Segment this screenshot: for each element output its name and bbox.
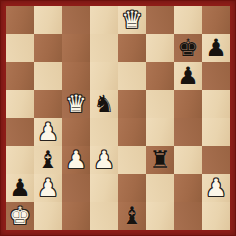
square-a8[interactable] [6,6,34,34]
square-b3[interactable]: ♝ [34,146,62,174]
square-c5[interactable]: ♛ [62,90,90,118]
white-pawn[interactable]: ♟ [37,174,59,202]
square-f5[interactable] [146,90,174,118]
square-c3[interactable]: ♟ [62,146,90,174]
square-b5[interactable] [34,90,62,118]
black-pawn[interactable]: ♟ [205,34,227,62]
square-e3[interactable] [118,146,146,174]
white-queen[interactable]: ♛ [65,90,87,118]
square-f3[interactable]: ♜ [146,146,174,174]
square-e2[interactable] [118,174,146,202]
square-g8[interactable] [174,6,202,34]
square-e7[interactable] [118,34,146,62]
square-b7[interactable] [34,34,62,62]
square-g4[interactable] [174,118,202,146]
chess-board[interactable]: ♛♚♟♟♛♞♟♝♟♟♜♟♟♟♚♝ [6,6,230,230]
square-f2[interactable] [146,174,174,202]
square-g1[interactable] [174,202,202,230]
square-h1[interactable] [202,202,230,230]
black-bishop[interactable]: ♝ [37,146,59,174]
square-d7[interactable] [90,34,118,62]
square-d5[interactable]: ♞ [90,90,118,118]
square-a4[interactable] [6,118,34,146]
square-h4[interactable] [202,118,230,146]
black-bishop[interactable]: ♝ [121,202,143,230]
square-d1[interactable] [90,202,118,230]
square-e6[interactable] [118,62,146,90]
square-c8[interactable] [62,6,90,34]
black-pawn[interactable]: ♟ [9,174,31,202]
square-c4[interactable] [62,118,90,146]
white-pawn[interactable]: ♟ [65,146,87,174]
square-c2[interactable] [62,174,90,202]
square-b6[interactable] [34,62,62,90]
chess-board-frame: ♛♚♟♟♛♞♟♝♟♟♜♟♟♟♚♝ [0,0,236,236]
square-e8[interactable]: ♛ [118,6,146,34]
black-pawn[interactable]: ♟ [177,62,199,90]
square-d6[interactable] [90,62,118,90]
square-a7[interactable] [6,34,34,62]
square-a1[interactable]: ♚ [6,202,34,230]
square-h7[interactable]: ♟ [202,34,230,62]
square-b2[interactable]: ♟ [34,174,62,202]
black-rook[interactable]: ♜ [149,146,171,174]
square-b8[interactable] [34,6,62,34]
square-h3[interactable] [202,146,230,174]
square-b4[interactable]: ♟ [34,118,62,146]
square-f4[interactable] [146,118,174,146]
square-e1[interactable]: ♝ [118,202,146,230]
square-f8[interactable] [146,6,174,34]
square-f6[interactable] [146,62,174,90]
square-g3[interactable] [174,146,202,174]
white-pawn[interactable]: ♟ [205,174,227,202]
square-h2[interactable]: ♟ [202,174,230,202]
square-c6[interactable] [62,62,90,90]
square-d2[interactable] [90,174,118,202]
square-g2[interactable] [174,174,202,202]
square-b1[interactable] [34,202,62,230]
square-d8[interactable] [90,6,118,34]
square-d3[interactable]: ♟ [90,146,118,174]
square-e4[interactable] [118,118,146,146]
square-a3[interactable] [6,146,34,174]
square-a5[interactable] [6,90,34,118]
white-king[interactable]: ♚ [9,202,31,230]
white-pawn[interactable]: ♟ [93,146,115,174]
black-knight[interactable]: ♞ [93,90,115,118]
square-h6[interactable] [202,62,230,90]
white-queen[interactable]: ♛ [121,6,143,34]
white-pawn[interactable]: ♟ [37,118,59,146]
square-f7[interactable] [146,34,174,62]
square-d4[interactable] [90,118,118,146]
square-a6[interactable] [6,62,34,90]
square-h8[interactable] [202,6,230,34]
square-g6[interactable]: ♟ [174,62,202,90]
square-g7[interactable]: ♚ [174,34,202,62]
black-king[interactable]: ♚ [177,34,199,62]
square-c7[interactable] [62,34,90,62]
square-f1[interactable] [146,202,174,230]
square-g5[interactable] [174,90,202,118]
square-e5[interactable] [118,90,146,118]
square-h5[interactable] [202,90,230,118]
square-c1[interactable] [62,202,90,230]
square-a2[interactable]: ♟ [6,174,34,202]
